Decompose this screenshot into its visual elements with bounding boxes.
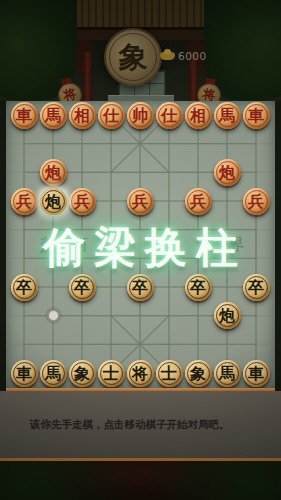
piece-character: 車 (11, 360, 38, 387)
piece-character: 将 (127, 360, 154, 387)
piece-character: 帅 (127, 102, 154, 129)
piece-character: 馬 (214, 102, 241, 129)
piece-black-soldier[interactable]: 卒 (127, 274, 154, 301)
elephant-emblem: 象 (104, 28, 162, 86)
piece-character: 象 (69, 360, 96, 387)
piece-character: 兵 (11, 188, 38, 215)
piece-red-chariot[interactable]: 車 (243, 102, 270, 129)
piece-black-cannon[interactable]: 炮 (40, 188, 67, 215)
temple-pillar-left (83, 52, 92, 101)
piece-character: 車 (11, 102, 38, 129)
piece-black-advisor[interactable]: 士 (156, 360, 183, 387)
piece-black-advisor[interactable]: 士 (98, 360, 125, 387)
piece-character: 馬 (40, 360, 67, 387)
piece-character: 炮 (40, 188, 67, 215)
status-bar: 该你先手走棋，点击移动棋子开始对局吧。 (0, 391, 281, 461)
piece-character: 炮 (40, 159, 67, 186)
piece-character: 炮 (214, 159, 241, 186)
piece-character: 卒 (127, 274, 154, 301)
piece-red-advisor[interactable]: 仕 (98, 102, 125, 129)
piece-character: 車 (243, 102, 270, 129)
piece-red-soldier[interactable]: 兵 (243, 188, 270, 215)
piece-red-elephant[interactable]: 相 (69, 102, 96, 129)
piece-red-general[interactable]: 帅 (127, 102, 154, 129)
piece-character: 士 (156, 360, 183, 387)
piece-character: 士 (98, 360, 125, 387)
game-screen: 将 将 象 6000 楚河 汉界 車馬相仕帅仕相馬車炮炮兵兵兵兵兵炮卒卒卒卒卒炮… (0, 0, 281, 500)
emblem-character: 象 (106, 30, 160, 84)
piece-character: 兵 (243, 188, 270, 215)
piece-character: 馬 (214, 360, 241, 387)
piece-black-soldier[interactable]: 卒 (69, 274, 96, 301)
piece-black-soldier[interactable]: 卒 (11, 274, 38, 301)
piece-character: 象 (185, 360, 212, 387)
piece-character: 仕 (156, 102, 183, 129)
puzzle-title: 偷梁换柱 (0, 221, 281, 275)
piece-character: 馬 (40, 102, 67, 129)
piece-black-soldier[interactable]: 卒 (185, 274, 212, 301)
piece-character: 相 (69, 102, 96, 129)
piece-black-horse[interactable]: 馬 (214, 360, 241, 387)
piece-red-advisor[interactable]: 仕 (156, 102, 183, 129)
piece-red-cannon[interactable]: 炮 (40, 159, 67, 186)
piece-character: 卒 (69, 274, 96, 301)
piece-character: 仕 (98, 102, 125, 129)
piece-red-soldier[interactable]: 兵 (185, 188, 212, 215)
piece-red-elephant[interactable]: 相 (185, 102, 212, 129)
piece-black-elephant[interactable]: 象 (185, 360, 212, 387)
piece-red-horse[interactable]: 馬 (40, 102, 67, 129)
piece-red-chariot[interactable]: 車 (11, 102, 38, 129)
piece-character: 車 (243, 360, 270, 387)
status-message: 该你先手走棋，点击移动棋子开始对局吧。 (30, 418, 230, 432)
piece-red-soldier[interactable]: 兵 (127, 188, 154, 215)
gold-amount: 6000 (178, 50, 207, 62)
piece-black-general[interactable]: 将 (127, 360, 154, 387)
piece-character: 兵 (185, 188, 212, 215)
piece-red-horse[interactable]: 馬 (214, 102, 241, 129)
bottom-decoration (0, 461, 281, 500)
piece-character: 卒 (11, 274, 38, 301)
piece-character: 兵 (69, 188, 96, 215)
temple-background: 将 将 象 6000 (0, 0, 281, 101)
piece-character: 卒 (243, 274, 270, 301)
piece-black-cannon[interactable]: 炮 (214, 302, 241, 329)
piece-black-chariot[interactable]: 車 (243, 360, 270, 387)
piece-character: 兵 (127, 188, 154, 215)
gold-ingot-icon (160, 52, 175, 60)
piece-black-elephant[interactable]: 象 (69, 360, 96, 387)
piece-character: 卒 (185, 274, 212, 301)
piece-black-soldier[interactable]: 卒 (243, 274, 270, 301)
piece-red-soldier[interactable]: 兵 (69, 188, 96, 215)
piece-red-soldier[interactable]: 兵 (11, 188, 38, 215)
piece-character: 炮 (214, 302, 241, 329)
piece-black-chariot[interactable]: 車 (11, 360, 38, 387)
piece-red-cannon[interactable]: 炮 (214, 159, 241, 186)
move-origin-dot (47, 309, 60, 322)
piece-character: 相 (185, 102, 212, 129)
gold-counter: 6000 (160, 49, 207, 63)
piece-black-horse[interactable]: 馬 (40, 360, 67, 387)
